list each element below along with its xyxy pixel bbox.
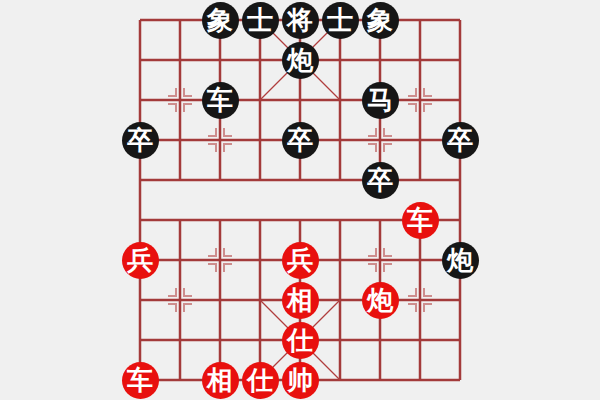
black-cannon[interactable]: 炮 [282, 42, 319, 79]
red-elephant[interactable]: 相 [282, 282, 319, 319]
black-soldier[interactable]: 卒 [362, 162, 399, 199]
red-soldier[interactable]: 兵 [282, 242, 319, 279]
red-advisor[interactable]: 仕 [242, 362, 279, 399]
black-soldier[interactable]: 卒 [282, 122, 319, 159]
piece-grid: 象士将士象炮车马卒卒卒卒车兵兵炮相炮仕车相仕帅 [120, 0, 480, 400]
red-chariot[interactable]: 车 [122, 362, 159, 399]
red-cannon[interactable]: 炮 [362, 282, 399, 319]
black-elephant[interactable]: 象 [362, 2, 399, 39]
xiangqi-board-screenshot: 象士将士象炮车马卒卒卒卒车兵兵炮相炮仕车相仕帅 [0, 0, 600, 400]
black-chariot[interactable]: 车 [202, 82, 239, 119]
red-soldier[interactable]: 兵 [122, 242, 159, 279]
black-soldier[interactable]: 卒 [442, 122, 479, 159]
black-horse[interactable]: 马 [362, 82, 399, 119]
black-cannon[interactable]: 炮 [442, 242, 479, 279]
red-chariot[interactable]: 车 [402, 202, 439, 239]
red-advisor[interactable]: 仕 [282, 322, 319, 359]
black-elephant[interactable]: 象 [202, 2, 239, 39]
black-advisor[interactable]: 士 [322, 2, 359, 39]
red-general[interactable]: 帅 [282, 362, 319, 399]
red-elephant[interactable]: 相 [202, 362, 239, 399]
black-advisor[interactable]: 士 [242, 2, 279, 39]
black-soldier[interactable]: 卒 [122, 122, 159, 159]
black-general[interactable]: 将 [282, 2, 319, 39]
